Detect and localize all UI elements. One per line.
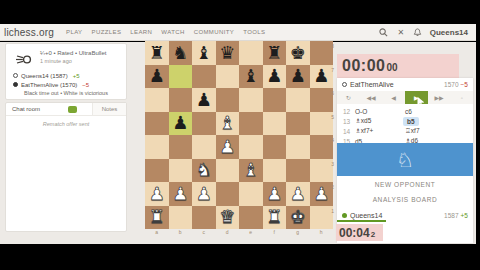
close-icon[interactable]: ✕: [396, 28, 406, 38]
move-number: 12: [337, 108, 353, 115]
board-square-e3[interactable]: ♝: [239, 159, 263, 183]
bottom-player-delta: +5: [461, 212, 468, 219]
board-square-c5[interactable]: [192, 112, 216, 136]
game-result-label: Black time out • White is victorious: [6, 90, 126, 96]
board-square-f5[interactable]: [263, 112, 287, 136]
move-number: 13: [337, 118, 353, 125]
board-square-g3[interactable]: [286, 159, 310, 183]
black-piece: ♝: [196, 44, 212, 62]
board-square-g7[interactable]: ♟: [286, 65, 310, 89]
rank-label-6: 6: [328, 90, 334, 96]
black-rating-delta: −5: [82, 82, 89, 88]
white-piece: ♜: [149, 208, 165, 226]
board-square-g4[interactable]: [286, 135, 310, 159]
white-piece: ♝: [243, 161, 259, 179]
cycle-icon[interactable]: ↻: [337, 91, 360, 104]
move-number: 11: [337, 104, 353, 105]
board-square-f3[interactable]: [263, 159, 287, 183]
black-color-icon: [13, 82, 18, 87]
board-square-a5[interactable]: [145, 112, 169, 136]
chat-status-message: Rematch offer sent: [6, 121, 126, 127]
black-player-line[interactable]: EatThemAlive (1570) −5: [13, 80, 89, 89]
nav-item-learn[interactable]: LEARN: [130, 29, 152, 35]
move-white[interactable]: ♗xf7+: [353, 127, 403, 135]
white-piece: ♟: [290, 185, 306, 203]
new-opponent-button[interactable]: NEW OPPONENT: [337, 176, 473, 192]
rank-label-5: 5: [328, 114, 334, 120]
board-square-a1[interactable]: ♜: [145, 206, 169, 230]
white-rating-delta: +5: [73, 73, 80, 79]
black-piece: ♚: [290, 44, 306, 62]
knight-loader-icon: ♘: [396, 148, 414, 172]
chess-board: ♜♞♝♛♜♚♟♝♟♟♟♟♟♝♟♞♝♟♟♟♟♟♟♜♛♜♚: [145, 41, 333, 229]
board-square-c4[interactable]: [192, 135, 216, 159]
top-player-row: EatThemAlive 1570−5: [337, 78, 473, 91]
top-player-delta: −5: [461, 81, 468, 88]
lichess-logo[interactable]: lichess.org: [4, 27, 54, 38]
file-label-c: c: [192, 229, 216, 235]
board-square-g5[interactable]: [286, 112, 310, 136]
nav-item-tools[interactable]: TOOLS: [243, 29, 265, 35]
ultrabullet-icon: [16, 53, 33, 66]
black-piece: ♛: [219, 44, 235, 62]
move-black[interactable]: b5: [403, 117, 419, 126]
letterbox-right: [476, 0, 480, 270]
board-square-d4[interactable]: ♟: [216, 135, 240, 159]
board-square-f6[interactable]: [263, 88, 287, 112]
board-square-c3[interactable]: ♞: [192, 159, 216, 183]
board-square-b1[interactable]: [169, 206, 193, 230]
board-square-c6[interactable]: ♟: [192, 88, 216, 112]
game-info-card: ¼+0 • Rated • UltraBullet 1 minute ago Q…: [5, 43, 127, 100]
file-label-g: g: [286, 229, 310, 235]
time-control-label: ¼+0 • Rated • UltraBullet: [40, 50, 106, 56]
move-number: 14: [337, 128, 353, 135]
black-piece: ♝: [243, 67, 259, 85]
board-square-d8[interactable]: ♛: [216, 41, 240, 65]
move-black[interactable]: ♘d5: [403, 104, 453, 105]
rank-label-8: 8: [328, 43, 334, 49]
black-piece: ♟: [313, 67, 329, 85]
board-square-d1[interactable]: ♛: [216, 206, 240, 230]
board-square-b6[interactable]: [169, 88, 193, 112]
file-label-h: h: [310, 229, 334, 235]
file-label-a: a: [145, 229, 169, 235]
tab-notes[interactable]: Notes: [92, 103, 126, 115]
black-piece: ♜: [149, 44, 165, 62]
white-piece: ♟: [313, 185, 329, 203]
file-label-e: e: [239, 229, 263, 235]
board-square-e1[interactable]: [239, 206, 263, 230]
rematch-pending-panel: ♘: [337, 143, 473, 176]
board-square-c2[interactable]: ♟: [192, 182, 216, 206]
board-square-a3[interactable]: [145, 159, 169, 183]
analysis-board-button[interactable]: ANALYSIS BOARD: [337, 192, 473, 206]
board-square-b3[interactable]: [169, 159, 193, 183]
nav-item-play[interactable]: PLAY: [66, 29, 83, 35]
nav-item-watch[interactable]: WATCH: [161, 29, 184, 35]
board-square-a2[interactable]: ♟: [145, 182, 169, 206]
board-square-d3[interactable]: [216, 159, 240, 183]
board-square-g1[interactable]: ♚: [286, 206, 310, 230]
black-clock: 00:0000: [337, 54, 459, 78]
board-square-e5[interactable]: [239, 112, 263, 136]
white-piece: ♜: [266, 208, 282, 226]
move-list: 11♗c4♘d512O-Oc613♗xd5b514♗xf7+♖xf715d5♗d…: [337, 104, 473, 143]
last-move-icon[interactable]: ▶▶: [428, 91, 451, 104]
board-square-b7[interactable]: [169, 65, 193, 89]
move-black[interactable]: ♗d6: [403, 137, 453, 143]
black-piece: ♟: [290, 67, 306, 85]
tab-chat-room[interactable]: Chat room: [12, 106, 40, 112]
board-square-a6[interactable]: [145, 88, 169, 112]
move-black[interactable]: ♖xf7: [403, 127, 453, 135]
board-square-e8[interactable]: [239, 41, 263, 65]
rank-label-1: 1: [328, 208, 334, 214]
file-label-d: d: [216, 229, 240, 235]
white-piece: ♟: [266, 185, 282, 203]
board-square-f7[interactable]: ♟: [263, 65, 287, 89]
file-label-b: b: [169, 229, 193, 235]
active-player-bar: [337, 220, 386, 222]
white-piece: ♝: [219, 114, 235, 132]
white-piece: ♟: [196, 185, 212, 203]
black-piece: ♟: [172, 114, 188, 132]
board-square-a7[interactable]: ♟: [145, 65, 169, 89]
move-white[interactable]: d5: [353, 138, 403, 144]
rank-label-4: 4: [328, 137, 334, 143]
black-piece: ♟: [196, 91, 212, 109]
move-row: 15d5♗d6: [337, 136, 473, 143]
board-square-f1[interactable]: ♜: [263, 206, 287, 230]
bottom-player-name[interactable]: Queens14: [350, 212, 382, 219]
board-square-c8[interactable]: ♝: [192, 41, 216, 65]
board-square-a4[interactable]: [145, 135, 169, 159]
board-square-e2[interactable]: [239, 182, 263, 206]
prev-move-icon[interactable]: ◀: [382, 91, 405, 104]
chat-panel: Chat room Notes Rematch offer sent: [5, 102, 127, 232]
screen: lichess.org PLAYPUZZLESLEARNWATCHCOMMUNI…: [0, 0, 480, 270]
game-side-panel: EatThemAlive 1570−5 ↻◀◀◀▶▶▶◦ 11♗c4♘d512O…: [337, 78, 473, 243]
board-square-d2[interactable]: [216, 182, 240, 206]
board-square-c1[interactable]: [192, 206, 216, 230]
board-square-e6[interactable]: [239, 88, 263, 112]
black-piece: ♟: [149, 67, 165, 85]
move-row: 14♗xf7+♖xf7: [337, 126, 473, 136]
white-clock: 00:042: [336, 224, 383, 241]
username-menu[interactable]: Queens14: [430, 28, 468, 37]
white-color-icon: [13, 73, 18, 78]
board-square-e7[interactable]: ♝: [239, 65, 263, 89]
board-square-a8[interactable]: ♜: [145, 41, 169, 65]
white-piece: ♞: [196, 161, 212, 179]
board-square-f2[interactable]: ♟: [263, 182, 287, 206]
board-square-g8[interactable]: ♚: [286, 41, 310, 65]
move-white[interactable]: ♗c4: [353, 104, 403, 105]
file-label-f: f: [263, 229, 287, 235]
black-piece: ♟: [266, 67, 282, 85]
board-square-d5[interactable]: ♝: [216, 112, 240, 136]
board-square-d7[interactable]: [216, 65, 240, 89]
board-square-g6[interactable]: [286, 88, 310, 112]
rank-label-2: 2: [328, 184, 334, 190]
offline-status-icon: [342, 82, 347, 87]
game-age-label: 1 minute ago: [40, 58, 72, 64]
nav-item-puzzles[interactable]: PUZZLES: [92, 29, 122, 35]
online-status-icon: [342, 213, 347, 218]
white-piece: ♚: [290, 208, 306, 226]
move-white[interactable]: ♗xd5: [353, 117, 403, 125]
next-move-icon[interactable]: ▶: [405, 91, 428, 104]
board-square-b2[interactable]: ♟: [169, 182, 193, 206]
top-player-name[interactable]: EatThemAlive: [350, 81, 394, 88]
black-piece: ♜: [266, 44, 282, 62]
chat-toggle[interactable]: [68, 106, 77, 113]
board-square-f4[interactable]: [263, 135, 287, 159]
move-row: 11♗c4♘d5: [337, 104, 473, 106]
search-icon[interactable]: [379, 28, 389, 38]
replay-controls: ↻◀◀◀▶▶▶◦: [337, 91, 473, 104]
white-piece: ♟: [172, 185, 188, 203]
move-white[interactable]: O-O: [353, 108, 403, 115]
white-player-line[interactable]: Queens14 (1587) +5: [13, 71, 89, 80]
file-coordinates: abcdefgh: [145, 229, 333, 235]
rank-label-3: 3: [328, 161, 334, 167]
analysis-drop-icon[interactable]: ◦: [450, 91, 473, 104]
board-square-c7[interactable]: [192, 65, 216, 89]
move-row: 13♗xd5b5: [337, 116, 473, 126]
move-black[interactable]: c6: [403, 108, 453, 115]
white-piece: ♟: [219, 138, 235, 156]
board-square-b8[interactable]: ♞: [169, 41, 193, 65]
white-piece: ♛: [219, 208, 235, 226]
move-number: 15: [337, 138, 353, 144]
rank-coordinates: 87654321: [328, 41, 335, 229]
board-square-b4[interactable]: [169, 135, 193, 159]
white-piece: ♟: [149, 185, 165, 203]
nav-item-community[interactable]: COMMUNITY: [194, 29, 235, 35]
move-row: 12O-Oc6: [337, 106, 473, 116]
black-piece: ♞: [172, 44, 188, 62]
board-square-d6[interactable]: [216, 88, 240, 112]
bell-icon[interactable]: [413, 28, 423, 38]
board-square-g2[interactable]: ♟: [286, 182, 310, 206]
board-square-f8[interactable]: ♜: [263, 41, 287, 65]
rank-label-7: 7: [328, 67, 334, 73]
board-square-e4[interactable]: [239, 135, 263, 159]
board-square-b5[interactable]: ♟: [169, 112, 193, 136]
first-move-icon[interactable]: ◀◀: [360, 91, 383, 104]
top-nav: lichess.org PLAYPUZZLESLEARNWATCHCOMMUNI…: [0, 24, 476, 41]
